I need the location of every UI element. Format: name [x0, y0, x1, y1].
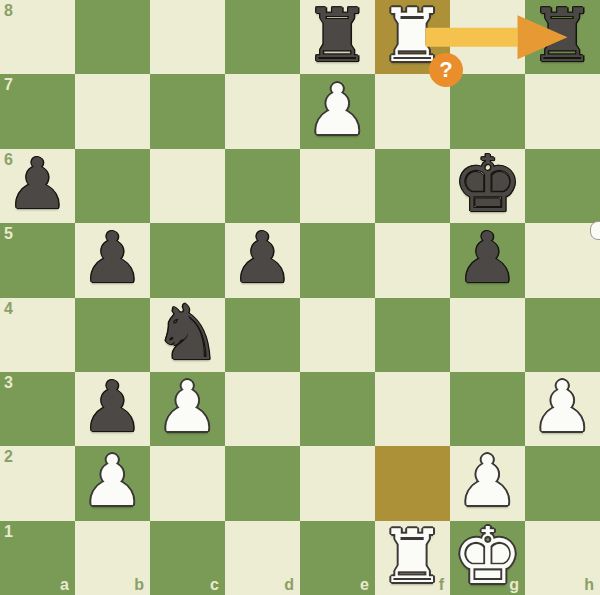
- square-d5[interactable]: ♟: [225, 223, 300, 297]
- square-a7[interactable]: 7: [0, 74, 75, 148]
- white-rook-f1-piece[interactable]: ♜: [379, 519, 445, 593]
- white-pawn-g2-piece[interactable]: ♟: [456, 446, 519, 516]
- rank-label-4: 4: [4, 300, 13, 318]
- file-label-a: a: [60, 576, 69, 594]
- chess-board: 8♜♜♜7♟6♟♚5♟♟♟4♞3♟♟♟2♟♟1abcdef♜g♚h: [0, 0, 600, 595]
- square-f1[interactable]: f♜: [375, 521, 450, 595]
- white-pawn-c3-piece[interactable]: ♟: [156, 372, 219, 442]
- square-f8[interactable]: ♜: [375, 0, 450, 74]
- file-label-d: d: [284, 576, 294, 594]
- square-c7[interactable]: [150, 74, 225, 148]
- rank-label-3: 3: [4, 374, 13, 392]
- square-h5[interactable]: [525, 223, 600, 297]
- square-h3[interactable]: ♟: [525, 372, 600, 446]
- square-g2[interactable]: ♟: [450, 446, 525, 520]
- file-label-c: c: [210, 576, 219, 594]
- square-e1[interactable]: e: [300, 521, 375, 595]
- square-h1[interactable]: h: [525, 521, 600, 595]
- square-h2[interactable]: [525, 446, 600, 520]
- square-h4[interactable]: [525, 298, 600, 372]
- square-b8[interactable]: [75, 0, 150, 74]
- black-pawn-b5-piece[interactable]: ♟: [81, 223, 144, 293]
- black-rook-h8-piece[interactable]: ♜: [529, 0, 595, 72]
- file-label-b: b: [134, 576, 144, 594]
- square-h8[interactable]: ♜: [525, 0, 600, 74]
- white-pawn-e7-piece[interactable]: ♟: [306, 75, 369, 145]
- square-f4[interactable]: [375, 298, 450, 372]
- square-e2[interactable]: [300, 446, 375, 520]
- square-h6[interactable]: [525, 149, 600, 223]
- square-b6[interactable]: [75, 149, 150, 223]
- square-b1[interactable]: b: [75, 521, 150, 595]
- black-pawn-g5-piece[interactable]: ♟: [456, 223, 519, 293]
- square-d6[interactable]: [225, 149, 300, 223]
- square-f3[interactable]: [375, 372, 450, 446]
- square-e7[interactable]: ♟: [300, 74, 375, 148]
- square-c2[interactable]: [150, 446, 225, 520]
- square-f7[interactable]: [375, 74, 450, 148]
- rank-label-7: 7: [4, 76, 13, 94]
- square-e3[interactable]: [300, 372, 375, 446]
- square-e8[interactable]: ♜: [300, 0, 375, 74]
- square-d4[interactable]: [225, 298, 300, 372]
- square-g3[interactable]: [450, 372, 525, 446]
- file-label-h: h: [584, 576, 594, 594]
- square-b2[interactable]: ♟: [75, 446, 150, 520]
- rank-label-2: 2: [4, 448, 13, 466]
- square-g6[interactable]: ♚: [450, 149, 525, 223]
- square-f5[interactable]: [375, 223, 450, 297]
- square-c3[interactable]: ♟: [150, 372, 225, 446]
- square-d3[interactable]: [225, 372, 300, 446]
- rank-label-1: 1: [4, 523, 13, 541]
- square-b5[interactable]: ♟: [75, 223, 150, 297]
- square-d1[interactable]: d: [225, 521, 300, 595]
- square-d2[interactable]: [225, 446, 300, 520]
- square-g7[interactable]: [450, 74, 525, 148]
- rank-label-8: 8: [4, 2, 13, 20]
- square-f6[interactable]: [375, 149, 450, 223]
- black-pawn-d5-piece[interactable]: ♟: [231, 223, 294, 293]
- rank-label-5: 5: [4, 225, 13, 243]
- square-c1[interactable]: c: [150, 521, 225, 595]
- square-a5[interactable]: 5: [0, 223, 75, 297]
- square-c5[interactable]: [150, 223, 225, 297]
- black-pawn-a6-piece[interactable]: ♟: [6, 149, 69, 219]
- square-a1[interactable]: 1a: [0, 521, 75, 595]
- square-a8[interactable]: 8: [0, 0, 75, 74]
- square-g5[interactable]: ♟: [450, 223, 525, 297]
- white-pawn-h3-piece[interactable]: ♟: [531, 372, 594, 442]
- square-g1[interactable]: g♚: [450, 521, 525, 595]
- square-h7[interactable]: [525, 74, 600, 148]
- square-a6[interactable]: 6♟: [0, 149, 75, 223]
- square-c8[interactable]: [150, 0, 225, 74]
- square-g4[interactable]: [450, 298, 525, 372]
- square-g8[interactable]: [450, 0, 525, 74]
- square-b7[interactable]: [75, 74, 150, 148]
- square-b3[interactable]: ♟: [75, 372, 150, 446]
- white-rook-f8-piece[interactable]: ♜: [379, 0, 445, 72]
- square-e5[interactable]: [300, 223, 375, 297]
- square-c6[interactable]: [150, 149, 225, 223]
- white-king-g1-piece[interactable]: ♚: [453, 517, 523, 595]
- black-rook-e8-piece[interactable]: ♜: [304, 0, 370, 72]
- square-d8[interactable]: [225, 0, 300, 74]
- square-e4[interactable]: [300, 298, 375, 372]
- side-panel-corner: [590, 221, 600, 240]
- black-pawn-b3-piece[interactable]: ♟: [81, 372, 144, 442]
- square-d7[interactable]: [225, 74, 300, 148]
- file-label-e: e: [360, 576, 369, 594]
- black-knight-c4-piece[interactable]: ♞: [153, 295, 221, 371]
- square-b4[interactable]: [75, 298, 150, 372]
- square-c4[interactable]: ♞: [150, 298, 225, 372]
- square-a2[interactable]: 2: [0, 446, 75, 520]
- white-pawn-b2-piece[interactable]: ♟: [81, 446, 144, 516]
- square-e6[interactable]: [300, 149, 375, 223]
- black-king-g6-piece[interactable]: ♚: [453, 145, 523, 223]
- square-a3[interactable]: 3: [0, 372, 75, 446]
- square-a4[interactable]: 4: [0, 298, 75, 372]
- chess-app-screen: 8♜♜♜7♟6♟♚5♟♟♟4♞3♟♟♟2♟♟1abcdef♜g♚h ?: [0, 0, 600, 595]
- square-f2[interactable]: [375, 446, 450, 520]
